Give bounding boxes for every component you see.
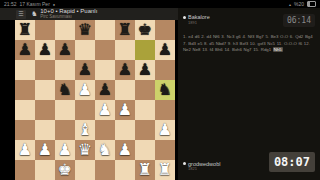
black-pawn: ♟: [35, 40, 55, 60]
square-c7[interactable]: ♟: [55, 40, 75, 60]
square-d4[interactable]: [75, 100, 95, 120]
online-dot-icon: [183, 16, 186, 19]
square-b6[interactable]: [35, 60, 55, 80]
square-f2[interactable]: ♟: [115, 140, 135, 160]
square-c5[interactable]: ♞: [55, 80, 75, 100]
square-g7[interactable]: [135, 40, 155, 60]
black-pawn: ♟: [95, 80, 115, 100]
square-h4[interactable]: [155, 100, 175, 120]
square-d1[interactable]: [75, 160, 95, 180]
square-h1[interactable]: ♜: [155, 160, 175, 180]
signal-icon: ▴: [289, 2, 291, 7]
black-queen: ♛: [75, 20, 95, 40]
square-h3[interactable]: ♟: [155, 120, 175, 140]
white-pawn: ♟: [115, 100, 135, 120]
square-f3[interactable]: [115, 120, 135, 140]
opening-name: Pirc Savunması: [40, 15, 97, 20]
chess-board[interactable]: ♜♛♜♚♟♟♟♟♟♟♟♞♟♟♞♟♟♝♟♟♟♟♛♞♟♚♜♜: [15, 20, 175, 180]
square-b5[interactable]: [35, 80, 55, 100]
square-a7[interactable]: ♟: [15, 40, 35, 60]
square-h6[interactable]: [155, 60, 175, 80]
bottom-player-row: grodwedwobl 1821 08:07: [183, 152, 315, 172]
white-queen: ♛: [75, 140, 95, 160]
black-pawn: ♟: [115, 60, 135, 80]
white-pawn: ♟: [115, 140, 135, 160]
white-rook: ♜: [135, 160, 155, 180]
square-d5[interactable]: ♟: [75, 80, 95, 100]
square-b3[interactable]: [35, 120, 55, 140]
battery-icon: [307, 1, 316, 7]
online-dot-icon: [183, 162, 186, 165]
square-h5[interactable]: ♞: [155, 80, 175, 100]
bottom-player-rating: 1821: [188, 167, 220, 172]
top-player-rating: 1891: [188, 21, 210, 26]
square-f1[interactable]: [115, 160, 135, 180]
square-h7[interactable]: ♟: [155, 40, 175, 60]
square-a2[interactable]: ♟: [15, 140, 35, 160]
black-rook: ♜: [115, 20, 135, 40]
white-knight: ♞: [95, 140, 115, 160]
square-c3[interactable]: [55, 120, 75, 140]
square-b4[interactable]: [35, 100, 55, 120]
square-b2[interactable]: ♟: [35, 140, 55, 160]
move-list-text[interactable]: 1. e4 d6 2. d4 Nf6 3. Nc3 g6 4. Nf3 Bg7 …: [183, 34, 313, 52]
white-pawn: ♟: [55, 140, 75, 160]
square-e3[interactable]: [95, 120, 115, 140]
square-a3[interactable]: [15, 120, 35, 140]
white-pawn: ♟: [155, 120, 175, 140]
square-e6[interactable]: [95, 60, 115, 80]
square-b8[interactable]: [35, 20, 55, 40]
white-pawn: ♟: [75, 80, 95, 100]
white-bishop: ♝: [75, 120, 95, 140]
square-e2[interactable]: ♞: [95, 140, 115, 160]
white-pawn: ♟: [95, 100, 115, 120]
bottom-player-clock: 08:07: [269, 152, 315, 172]
square-c1[interactable]: ♚: [55, 160, 75, 180]
black-pawn: ♟: [135, 60, 155, 80]
square-e8[interactable]: [95, 20, 115, 40]
square-d8[interactable]: ♛: [75, 20, 95, 40]
square-d3[interactable]: ♝: [75, 120, 95, 140]
square-c6[interactable]: [55, 60, 75, 80]
square-a5[interactable]: [15, 80, 35, 100]
status-time: 21:52: [4, 1, 17, 7]
knight-icon: ♞: [31, 10, 37, 18]
white-king: ♚: [55, 160, 75, 180]
square-g3[interactable]: [135, 120, 155, 140]
square-d2[interactable]: ♛: [75, 140, 95, 160]
black-pawn: ♟: [75, 60, 95, 80]
square-h8[interactable]: [155, 20, 175, 40]
square-f7[interactable]: [115, 40, 135, 60]
square-f8[interactable]: ♜: [115, 20, 135, 40]
battery-percent: %20: [294, 1, 304, 7]
top-player-clock: 06:14: [283, 14, 315, 27]
black-pawn: ♟: [55, 40, 75, 60]
white-rook: ♜: [155, 160, 175, 180]
black-pawn: ♟: [155, 40, 175, 60]
square-a1[interactable]: [15, 160, 35, 180]
square-g4[interactable]: [135, 100, 155, 120]
black-knight: ♞: [155, 80, 175, 100]
square-f4[interactable]: ♟: [115, 100, 135, 120]
square-g5[interactable]: [135, 80, 155, 100]
square-b1[interactable]: [35, 160, 55, 180]
hamburger-menu-icon[interactable]: ☰: [16, 10, 26, 19]
black-knight: ♞: [55, 80, 75, 100]
square-d7[interactable]: [75, 40, 95, 60]
black-king: ♚: [135, 20, 155, 40]
square-e7[interactable]: [95, 40, 115, 60]
status-bar: 21:52 17 Kasım Per ● ▴ %20: [0, 0, 320, 8]
square-f6[interactable]: ♟: [115, 60, 135, 80]
square-e1[interactable]: [95, 160, 115, 180]
square-e5[interactable]: ♟: [95, 80, 115, 100]
square-g8[interactable]: ♚: [135, 20, 155, 40]
side-panel: Bakalore 1891 06:14 1. e4 d6 2. d4 Nf6 3…: [178, 8, 320, 180]
square-g2[interactable]: [135, 140, 155, 160]
status-date: 17 Kasım Per: [20, 1, 50, 7]
square-a4[interactable]: [15, 100, 35, 120]
square-g1[interactable]: ♜: [135, 160, 155, 180]
square-d6[interactable]: ♟: [75, 60, 95, 80]
current-move[interactable]: Nh5: [273, 47, 283, 52]
square-b7[interactable]: ♟: [35, 40, 55, 60]
black-rook: ♜: [15, 20, 35, 40]
square-c2[interactable]: ♟: [55, 140, 75, 160]
square-a6[interactable]: [15, 60, 35, 80]
square-g6[interactable]: ♟: [135, 60, 155, 80]
notification-dot-icon: ●: [53, 2, 55, 7]
black-pawn: ♟: [15, 40, 35, 60]
square-a8[interactable]: ♜: [15, 20, 35, 40]
app-screen: 21:52 17 Kasım Per ● ▴ %20 ☰ ♞ 10+0 • Ra…: [0, 0, 320, 180]
square-c8[interactable]: [55, 20, 75, 40]
square-h2[interactable]: [155, 140, 175, 160]
square-c4[interactable]: [55, 100, 75, 120]
move-list[interactable]: 1. e4 d6 2. d4 Nf6 3. Nc3 g6 4. Nf3 Bg7 …: [183, 34, 316, 54]
square-f5[interactable]: [115, 80, 135, 100]
white-pawn: ♟: [15, 140, 35, 160]
square-e4[interactable]: ♟: [95, 100, 115, 120]
white-pawn: ♟: [35, 140, 55, 160]
top-player-row: Bakalore 1891 06:14: [183, 14, 315, 27]
